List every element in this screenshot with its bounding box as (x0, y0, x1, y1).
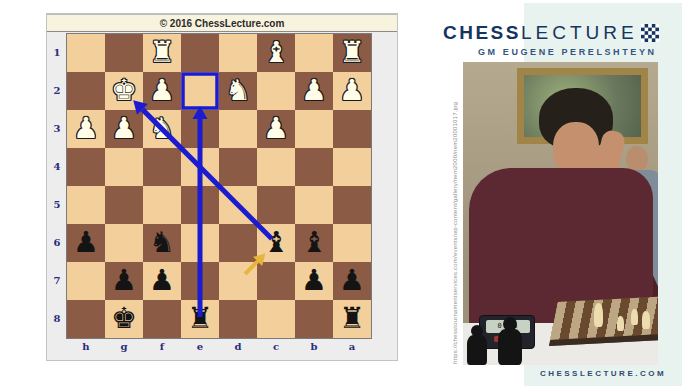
checkerboard-icon (641, 24, 659, 42)
square-b1 (295, 34, 333, 72)
gm-photo: 0:05 0:05 (463, 62, 658, 365)
square-c7 (257, 262, 295, 300)
logo-text-light: LECTURE (521, 22, 638, 44)
square-g6 (105, 224, 143, 262)
chess-board-widget: © 2016 ChessLecture.com 12345678 ♜♝♜♚♟♞♟… (46, 13, 398, 361)
gm-name-subtitle: GM EUGENE PERELSHTEYN (478, 47, 657, 57)
rank-label-7: 7 (47, 262, 67, 300)
square-b6: ♝ (295, 224, 333, 262)
square-a8: ♜ (333, 300, 371, 338)
square-f7: ♟ (143, 262, 181, 300)
piece-white-pawn: ♟ (143, 72, 181, 110)
square-d7 (219, 262, 257, 300)
square-b2: ♟ (295, 72, 333, 110)
photo-black-piece (467, 335, 487, 365)
square-c4 (257, 148, 295, 186)
photo-white-rook (642, 311, 650, 329)
piece-black-pawn: ♟ (105, 262, 143, 300)
rank-labels: 12345678 (47, 34, 67, 338)
file-label-g: g (105, 339, 143, 357)
rank-label-1: 1 (47, 34, 67, 72)
square-c5 (257, 186, 295, 224)
rank-label-4: 4 (47, 148, 67, 186)
rank-label-3: 3 (47, 110, 67, 148)
piece-white-pawn: ♟ (257, 110, 295, 148)
file-label-a: a (333, 339, 371, 357)
square-f5 (143, 186, 181, 224)
square-d4 (219, 148, 257, 186)
square-e5 (181, 186, 219, 224)
square-d5 (219, 186, 257, 224)
square-h8 (67, 300, 105, 338)
chess-board: ♜♝♜♚♟♞♟♟♟♟♞♟♟♞♝♝♟♟♟♟♚♜♜ (67, 34, 371, 338)
piece-black-pawn: ♟ (143, 262, 181, 300)
piece-white-knight: ♞ (219, 72, 257, 110)
footer-url: CHESSLECTURE.COM (524, 369, 682, 378)
square-e3 (181, 110, 219, 148)
square-f1: ♜ (143, 34, 181, 72)
square-e7 (181, 262, 219, 300)
photo-white-pawn (631, 309, 638, 325)
square-d1 (219, 34, 257, 72)
piece-black-bishop: ♝ (257, 224, 295, 262)
piece-white-pawn: ♟ (67, 110, 105, 148)
square-g5 (105, 186, 143, 224)
square-h4 (67, 148, 105, 186)
square-c1: ♝ (257, 34, 295, 72)
chess-lecture-thumbnail: © 2016 ChessLecture.com 12345678 ♜♝♜♚♟♞♟… (0, 0, 686, 386)
square-c6: ♝ (257, 224, 295, 262)
square-e1 (181, 34, 219, 72)
piece-black-rook: ♜ (333, 300, 371, 338)
square-e4 (181, 148, 219, 186)
photo-black-piece (498, 329, 522, 365)
square-d2: ♞ (219, 72, 257, 110)
square-d8 (219, 300, 257, 338)
square-f6: ♞ (143, 224, 181, 262)
square-f4 (143, 148, 181, 186)
rank-label-6: 6 (47, 224, 67, 262)
piece-black-pawn: ♟ (67, 224, 105, 262)
square-g7: ♟ (105, 262, 143, 300)
square-a2: ♟ (333, 72, 371, 110)
file-labels: hgfedcba (67, 339, 371, 357)
file-label-c: c (257, 339, 295, 357)
photo-white-pawn (617, 316, 624, 331)
square-h6: ♟ (67, 224, 105, 262)
square-g4 (105, 148, 143, 186)
square-c8 (257, 300, 295, 338)
rank-label-5: 5 (47, 186, 67, 224)
square-a1: ♜ (333, 34, 371, 72)
square-f2: ♟ (143, 72, 181, 110)
piece-white-rook: ♜ (143, 34, 181, 72)
piece-white-bishop: ♝ (257, 34, 295, 72)
piece-black-knight: ♞ (143, 224, 181, 262)
piece-white-rook: ♜ (333, 34, 371, 72)
piece-white-pawn: ♟ (105, 110, 143, 148)
board-copyright: © 2016 ChessLecture.com (47, 14, 397, 32)
piece-white-king: ♚ (105, 72, 143, 110)
piece-white-pawn: ♟ (295, 72, 333, 110)
square-g8: ♚ (105, 300, 143, 338)
file-label-e: e (181, 339, 219, 357)
square-f8 (143, 300, 181, 338)
file-label-d: d (219, 339, 257, 357)
square-a3 (333, 110, 371, 148)
logo-text-bold: CHESS (443, 22, 521, 44)
square-b3 (295, 110, 333, 148)
piece-black-rook: ♜ (181, 300, 219, 338)
square-f3: ♞ (143, 110, 181, 148)
piece-white-knight: ♞ (143, 110, 181, 148)
square-h7 (67, 262, 105, 300)
photo-white-king (594, 303, 603, 327)
square-a7: ♟ (333, 262, 371, 300)
square-e2 (181, 72, 219, 110)
square-g1 (105, 34, 143, 72)
file-label-f: f (143, 339, 181, 357)
square-c2 (257, 72, 295, 110)
square-e8: ♜ (181, 300, 219, 338)
square-b8 (295, 300, 333, 338)
piece-black-pawn: ♟ (333, 262, 371, 300)
square-b7: ♟ (295, 262, 333, 300)
square-a5 (333, 186, 371, 224)
square-g3: ♟ (105, 110, 143, 148)
square-d3 (219, 110, 257, 148)
chesslecture-logo: CHESSLECTURE (443, 23, 659, 43)
file-label-b: b (295, 339, 333, 357)
rank-label-2: 2 (47, 72, 67, 110)
square-b5 (295, 186, 333, 224)
square-c3: ♟ (257, 110, 295, 148)
photo-credit-url: https://chesstournamentservices.com/even… (452, 62, 462, 364)
square-h5 (67, 186, 105, 224)
square-a6 (333, 224, 371, 262)
square-d6 (219, 224, 257, 262)
rank-label-8: 8 (47, 300, 67, 338)
square-h3: ♟ (67, 110, 105, 148)
square-a4 (333, 148, 371, 186)
piece-black-bishop: ♝ (295, 224, 333, 262)
square-h1 (67, 34, 105, 72)
piece-black-pawn: ♟ (295, 262, 333, 300)
square-e6 (181, 224, 219, 262)
square-h2 (67, 72, 105, 110)
square-g2: ♚ (105, 72, 143, 110)
square-b4 (295, 148, 333, 186)
piece-white-pawn: ♟ (333, 72, 371, 110)
gm-face (553, 122, 599, 174)
file-label-h: h (67, 339, 105, 357)
piece-black-king: ♚ (105, 300, 143, 338)
